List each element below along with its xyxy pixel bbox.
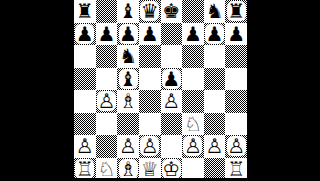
square-b3[interactable] xyxy=(96,113,118,136)
black-bishop[interactable]: ♝ xyxy=(118,0,139,22)
black-pawn[interactable]: ♟ xyxy=(162,69,181,89)
white-bishop[interactable]: ♗ xyxy=(118,90,139,112)
white-queen[interactable]: ♕ xyxy=(139,158,160,180)
black-knight[interactable]: ♞ xyxy=(118,45,139,67)
square-g8[interactable]: ♞ xyxy=(204,0,226,23)
white-bishop[interactable]: ♗ xyxy=(119,159,138,179)
square-g1[interactable] xyxy=(204,158,226,181)
square-h3[interactable] xyxy=(225,113,247,136)
black-bishop[interactable]: ♝ xyxy=(119,69,138,89)
white-pawn[interactable]: ♙ xyxy=(204,135,225,157)
square-c1[interactable]: ♗ xyxy=(117,158,139,181)
square-f7[interactable]: ♟ xyxy=(182,23,204,46)
white-knight[interactable]: ♘ xyxy=(96,158,117,180)
square-e7[interactable] xyxy=(161,23,183,46)
square-e8[interactable]: ♚ xyxy=(161,0,183,23)
black-pawn[interactable]: ♟ xyxy=(205,24,224,44)
square-f3[interactable]: ♘ xyxy=(182,113,204,136)
square-f1[interactable] xyxy=(182,158,204,181)
square-b8[interactable] xyxy=(96,0,118,23)
black-pawn[interactable]: ♟ xyxy=(139,23,160,45)
white-king[interactable]: ♔ xyxy=(162,159,181,179)
white-pawn[interactable]: ♙ xyxy=(227,136,246,156)
square-b6[interactable] xyxy=(96,45,118,68)
square-e6[interactable] xyxy=(161,45,183,68)
square-h6[interactable] xyxy=(225,45,247,68)
square-a2[interactable]: ♙ xyxy=(74,135,96,158)
white-pawn[interactable]: ♙ xyxy=(161,90,182,112)
square-e3[interactable] xyxy=(161,113,183,136)
square-d5[interactable] xyxy=(139,68,161,91)
black-queen[interactable]: ♛ xyxy=(140,1,159,21)
square-h2[interactable]: ♙ xyxy=(225,135,247,158)
white-pawn[interactable]: ♙ xyxy=(118,135,139,157)
square-d7[interactable]: ♟ xyxy=(139,23,161,46)
square-f8[interactable] xyxy=(182,0,204,23)
square-c7[interactable]: ♟ xyxy=(117,23,139,46)
square-h4[interactable] xyxy=(225,90,247,113)
black-pawn[interactable]: ♟ xyxy=(226,23,247,45)
square-e4[interactable]: ♙ xyxy=(161,90,183,113)
white-knight[interactable]: ♘ xyxy=(182,113,203,135)
square-a7[interactable]: ♟ xyxy=(74,23,96,46)
square-h5[interactable] xyxy=(225,68,247,91)
square-h1[interactable]: ♖ xyxy=(225,158,247,181)
square-f2[interactable]: ♙ xyxy=(182,135,204,158)
square-g6[interactable] xyxy=(204,45,226,68)
square-b4[interactable]: ♙ xyxy=(96,90,118,113)
black-pawn[interactable]: ♟ xyxy=(182,23,203,45)
black-knight[interactable]: ♞ xyxy=(204,0,225,22)
square-c6[interactable]: ♞ xyxy=(117,45,139,68)
black-pawn[interactable]: ♟ xyxy=(119,24,138,44)
square-c4[interactable]: ♗ xyxy=(117,90,139,113)
white-pawn[interactable]: ♙ xyxy=(74,135,95,157)
chess-board: ♜♝♛♚♞♜♟♟♟♟♟♟♟♞♝♟♙♗♙♘♙♙♙♙♙♙♖♘♗♕♔♖ xyxy=(74,0,247,180)
square-g4[interactable] xyxy=(204,90,226,113)
square-g2[interactable]: ♙ xyxy=(204,135,226,158)
square-b1[interactable]: ♘ xyxy=(96,158,118,181)
white-rook[interactable]: ♖ xyxy=(226,158,247,180)
white-rook[interactable]: ♖ xyxy=(75,159,94,179)
square-f6[interactable] xyxy=(182,45,204,68)
square-d4[interactable] xyxy=(139,90,161,113)
black-pawn[interactable]: ♟ xyxy=(75,24,94,44)
square-f5[interactable] xyxy=(182,68,204,91)
square-h8[interactable]: ♜ xyxy=(225,0,247,23)
square-f4[interactable] xyxy=(182,90,204,113)
square-d3[interactable] xyxy=(139,113,161,136)
square-g3[interactable] xyxy=(204,113,226,136)
square-d8[interactable]: ♛ xyxy=(139,0,161,23)
square-a4[interactable] xyxy=(74,90,96,113)
white-pawn[interactable]: ♙ xyxy=(97,91,116,111)
square-d2[interactable]: ♙ xyxy=(139,135,161,158)
square-c3[interactable] xyxy=(117,113,139,136)
white-pawn[interactable]: ♙ xyxy=(183,136,202,156)
square-e2[interactable] xyxy=(161,135,183,158)
black-rook[interactable]: ♜ xyxy=(227,1,246,21)
square-a1[interactable]: ♖ xyxy=(74,158,96,181)
square-a3[interactable] xyxy=(74,113,96,136)
square-b7[interactable]: ♟ xyxy=(96,23,118,46)
black-pawn[interactable]: ♟ xyxy=(96,23,117,45)
square-e1[interactable]: ♔ xyxy=(161,158,183,181)
square-d6[interactable] xyxy=(139,45,161,68)
square-b2[interactable] xyxy=(96,135,118,158)
square-c5[interactable]: ♝ xyxy=(117,68,139,91)
square-g7[interactable]: ♟ xyxy=(204,23,226,46)
black-rook[interactable]: ♜ xyxy=(74,0,95,22)
black-king[interactable]: ♚ xyxy=(161,0,182,22)
square-c8[interactable]: ♝ xyxy=(117,0,139,23)
white-pawn[interactable]: ♙ xyxy=(140,136,159,156)
square-a5[interactable] xyxy=(74,68,96,91)
square-c2[interactable]: ♙ xyxy=(117,135,139,158)
square-b5[interactable] xyxy=(96,68,118,91)
square-g5[interactable] xyxy=(204,68,226,91)
square-a6[interactable] xyxy=(74,45,96,68)
square-h7[interactable]: ♟ xyxy=(225,23,247,46)
screenshot-canvas: ♜♝♛♚♞♜♟♟♟♟♟♟♟♞♝♟♙♗♙♘♙♙♙♙♙♙♖♘♗♕♔♖ xyxy=(0,0,320,180)
square-d1[interactable]: ♕ xyxy=(139,158,161,181)
square-e5[interactable]: ♟ xyxy=(161,68,183,91)
square-a8[interactable]: ♜ xyxy=(74,0,96,23)
